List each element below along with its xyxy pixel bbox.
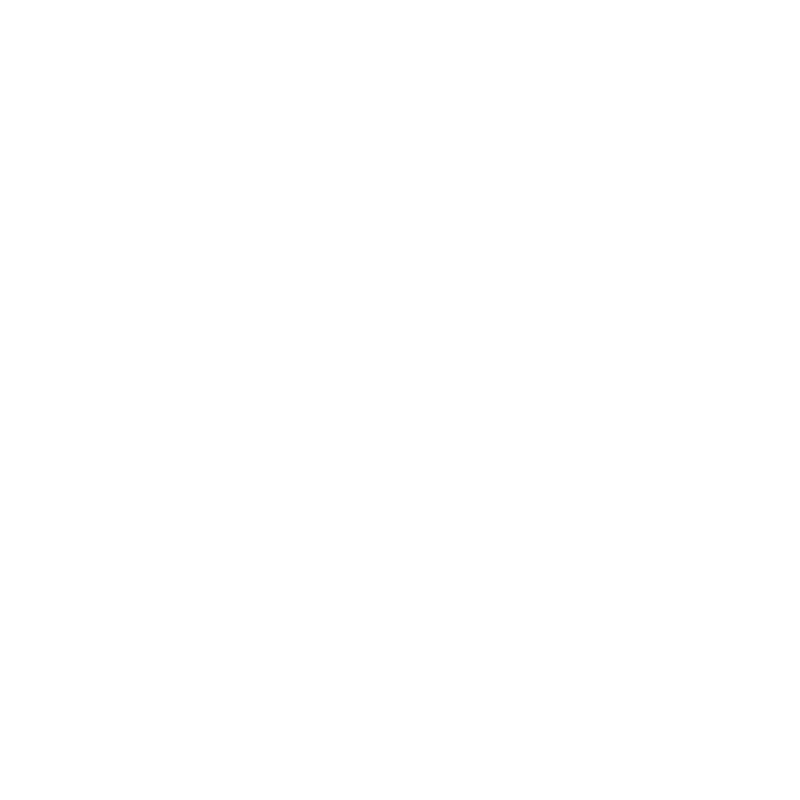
pegboard-product-photo: [0, 0, 800, 800]
